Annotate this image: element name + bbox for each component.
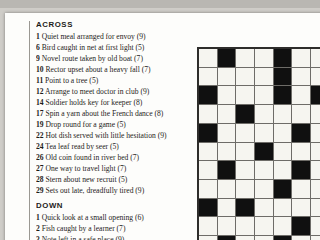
clue: 14 Soldier holds key for keeper (8) (36, 98, 188, 107)
grid-cell[interactable] (199, 161, 217, 179)
grid-cell[interactable] (236, 68, 254, 86)
grid-cell[interactable] (255, 105, 273, 123)
grid-cell[interactable] (199, 143, 217, 161)
grid-cell[interactable] (255, 217, 273, 235)
grid-cell[interactable] (218, 217, 236, 235)
grid-cell[interactable] (255, 86, 273, 104)
clue: 27 One way to travel light (7) (36, 164, 188, 173)
grid-cell[interactable] (218, 124, 236, 142)
clue: 22 Hot dish served with little hesitatio… (36, 131, 188, 140)
grid-cell[interactable] (236, 161, 254, 179)
grid-cell[interactable] (218, 68, 236, 86)
grid-cell[interactable] (274, 199, 292, 217)
grid-cell[interactable] (199, 49, 217, 67)
grid-cell[interactable] (236, 180, 254, 198)
clue: 9 Novel route taken by old boat (7) (36, 54, 188, 63)
grid-cell[interactable] (255, 199, 273, 217)
across-header: ACROSS (36, 20, 188, 30)
grid-cell[interactable] (292, 199, 310, 217)
clue: 26 Old coin found in river bed (7) (36, 153, 188, 162)
clue: 29 Sets out late, dreadfully tired (9) (36, 186, 188, 195)
grid-cell[interactable] (199, 105, 217, 123)
clue: 3 Note left in a safe place (9) (36, 235, 188, 240)
grid-cell[interactable] (311, 105, 320, 123)
grid-cell[interactable] (274, 143, 292, 161)
grid-cell[interactable] (274, 124, 292, 142)
down-section: DOWN 1 Quick look at a small opening (6)… (36, 201, 188, 240)
grid-cell-black (311, 86, 320, 104)
clue: 12 Arrange to meet doctor in club (9) (36, 87, 188, 96)
grid-cell[interactable] (236, 143, 254, 161)
grid-cell[interactable] (218, 180, 236, 198)
grid-cell-black (236, 105, 254, 123)
grid-cell-black (274, 236, 292, 240)
across-section: ACROSS 1 Quiet meal arranged for envoy (… (36, 20, 188, 195)
clue: 19 Drop round for a game (5) (36, 120, 188, 129)
grid-cell-black (274, 68, 292, 86)
grid-cell[interactable] (311, 161, 320, 179)
clue: 11 Point to a tree (5) (36, 76, 188, 85)
down-clue-list: 1 Quick look at a small opening (6)2 Fis… (36, 213, 188, 240)
grid-cell[interactable] (255, 49, 273, 67)
clue: 10 Rector upset about a heavy fall (7) (36, 65, 188, 74)
grid-cell[interactable] (274, 105, 292, 123)
grid-cell-black (199, 86, 217, 104)
grid-cell[interactable] (199, 217, 217, 235)
grid-cell[interactable] (292, 105, 310, 123)
grid-cell[interactable] (311, 68, 320, 86)
grid-cell[interactable] (255, 124, 273, 142)
grid-cell[interactable] (292, 86, 310, 104)
grid-cell[interactable] (311, 124, 320, 142)
grid-cell-black (218, 236, 236, 240)
grid-cell[interactable] (236, 236, 254, 240)
grid-cell-black (236, 199, 254, 217)
across-clue-list: 1 Quiet meal arranged for envoy (9)6 Bir… (36, 32, 188, 195)
clue: 17 Spin a yarn about the French dance (8… (36, 109, 188, 118)
grid-cell-black (274, 86, 292, 104)
grid-cell[interactable] (236, 49, 254, 67)
clue: 2 Fish caught by a learner (7) (36, 224, 188, 233)
grid-cell[interactable] (199, 180, 217, 198)
grid-cell[interactable] (218, 199, 236, 217)
grid-cell[interactable] (218, 86, 236, 104)
grid-cell[interactable] (274, 161, 292, 179)
grid-cell[interactable] (311, 236, 320, 240)
grid-cell-black (218, 49, 236, 67)
grid-cell[interactable] (199, 236, 217, 240)
clue: 24 Tea leaf read by seer (5) (36, 142, 188, 151)
scan-frame: ACROSS 1 Quiet meal arranged for envoy (… (0, 8, 320, 240)
grid-cell[interactable] (255, 161, 273, 179)
grid-cell[interactable] (311, 199, 320, 217)
grid-cell[interactable] (255, 180, 273, 198)
grid-cell[interactable] (255, 68, 273, 86)
grid-cell[interactable] (311, 143, 320, 161)
clue: 1 Quiet meal arranged for envoy (9) (36, 32, 188, 41)
grid-cell[interactable] (292, 236, 310, 240)
grid-cell-black (292, 124, 310, 142)
grid-cell-black (255, 143, 273, 161)
clue-column: ACROSS 1 Quiet meal arranged for envoy (… (36, 20, 188, 240)
grid-cell[interactable] (218, 143, 236, 161)
grid-cell-black (274, 180, 292, 198)
grid-cell[interactable] (236, 86, 254, 104)
clue: 1 Quick look at a small opening (6) (36, 213, 188, 222)
grid-cell-black (199, 124, 217, 142)
grid-cell-black (292, 217, 310, 235)
grid-cell[interactable] (218, 105, 236, 123)
grid-cell[interactable] (274, 217, 292, 235)
grid-cell[interactable] (292, 49, 310, 67)
crossword-grid (197, 47, 320, 240)
grid-cell[interactable] (292, 180, 310, 198)
grid-cell-black (274, 49, 292, 67)
column-rule (29, 21, 30, 240)
puzzle-page: ACROSS 1 Quiet meal arranged for envoy (… (5, 13, 320, 240)
grid-cell-black (292, 161, 310, 179)
grid-cell[interactable] (292, 143, 310, 161)
grid-cell[interactable] (236, 217, 254, 235)
grid-cell[interactable] (199, 68, 217, 86)
grid-cell-black (218, 161, 236, 179)
grid-cell[interactable] (311, 180, 320, 198)
grid-cell[interactable] (311, 217, 320, 235)
clue: 6 Bird caught in net at first light (5) (36, 43, 188, 52)
grid-cell-black (199, 199, 217, 217)
grid-cell[interactable] (311, 49, 320, 67)
clue: 28 Stern about new recruit (5) (36, 175, 188, 184)
grid-cell[interactable] (292, 68, 310, 86)
grid-cell[interactable] (255, 236, 273, 240)
down-header: DOWN (36, 201, 188, 211)
grid-cell[interactable] (236, 124, 254, 142)
